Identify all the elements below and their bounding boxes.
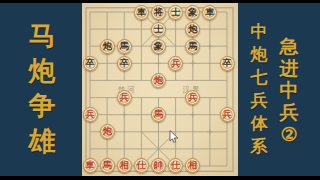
mouse-cursor-icon [169,130,179,144]
piece-red-仕[interactable]: 仕 [168,158,183,173]
piece-red-炮[interactable]: 炮 [151,73,166,88]
title-char: 炮 [251,46,268,63]
piece-red-炮[interactable]: 炮 [100,124,115,139]
subtitle-variation: 急进中兵② [277,37,301,144]
piece-black-車[interactable]: 車 [202,5,217,20]
piece-red-帥[interactable]: 帥 [151,158,166,173]
piece-black-象[interactable]: 象 [185,5,200,20]
title-char: 体 [251,115,268,132]
piece-red-相[interactable]: 相 [185,158,200,173]
xiangqi-board[interactable]: 楚河 汉界 車将士象車士炮炮馬象馬卒卒卒兵炮兵兵兵馬兵炮車馬相仕帥仕相 [82,3,238,176]
piece-black-卒[interactable]: 卒 [117,56,132,71]
pieces-layer: 車将士象車士炮炮馬象馬卒卒卒兵炮兵兵兵馬兵炮車馬相仕帥仕相 [82,3,238,176]
title-char: 系 [251,138,268,155]
piece-red-馬[interactable]: 馬 [100,158,115,173]
letterbox-bar-top [0,0,320,3]
title-char: ② [280,125,297,144]
piece-black-馬[interactable]: 馬 [117,39,132,54]
piece-red-兵[interactable]: 兵 [220,107,235,122]
title-char: 进 [280,59,299,78]
title-char: 马 [29,22,56,49]
title-char: 中 [280,81,299,100]
title-char: 七 [251,69,268,86]
title-char: 急 [280,37,299,56]
piece-black-車[interactable]: 車 [134,5,149,20]
video-frame: 马炮争雄 楚河 汉界 車将士象車士炮炮馬象馬卒卒卒兵炮兵兵兵馬兵炮車馬相仕帥仕相… [0,0,320,180]
piece-red-仕[interactable]: 仕 [134,158,149,173]
piece-red-兵[interactable]: 兵 [83,107,98,122]
piece-black-馬[interactable]: 馬 [185,39,200,54]
piece-red-車[interactable]: 車 [83,158,98,173]
title-char: 中 [251,23,268,40]
title-char: 兵 [251,92,268,109]
left-title: 马炮争雄 [14,22,70,154]
title-char: 争 [29,92,56,119]
piece-black-卒[interactable]: 卒 [220,56,235,71]
title-char: 炮 [29,57,56,84]
title-char: 雄 [29,127,56,154]
piece-red-馬[interactable]: 馬 [151,107,166,122]
piece-red-兵[interactable]: 兵 [117,90,132,105]
piece-black-士[interactable]: 士 [151,22,166,37]
piece-black-炮[interactable]: 炮 [100,39,115,54]
piece-red-兵[interactable]: 兵 [185,90,200,105]
title-char: 兵 [280,103,299,122]
letterbox-bar-bottom [0,176,320,180]
piece-red-相[interactable]: 相 [117,158,132,173]
piece-black-卒[interactable]: 卒 [83,56,98,71]
piece-red-兵[interactable]: 兵 [168,56,183,71]
piece-black-将[interactable]: 将 [151,5,166,20]
piece-black-象[interactable]: 象 [151,39,166,54]
piece-black-炮[interactable]: 炮 [185,22,200,37]
subtitle-series: 中炮七兵体系 [248,23,270,155]
piece-black-士[interactable]: 士 [168,5,183,20]
